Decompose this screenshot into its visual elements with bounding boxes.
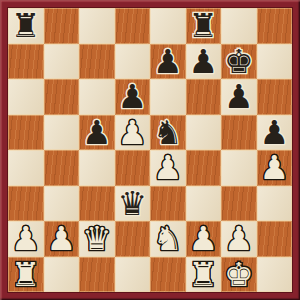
square-g4[interactable] [221,150,257,186]
piece-fill-layer: ♚ [221,257,257,293]
piece-outline-layer: ♟ [150,44,186,80]
square-h8[interactable] [257,8,293,44]
piece-outline-layer: ♛ [79,221,115,257]
piece-outline-layer: ♟ [44,221,80,257]
square-e8[interactable] [150,8,186,44]
white-queen-c2: ♛♛ [79,221,115,257]
piece-outline-layer: ♟ [257,150,293,186]
square-a6[interactable] [8,79,44,115]
piece-outline-layer: ♜ [186,8,222,44]
white-pawn-h4: ♟♟ [257,150,293,186]
square-d1[interactable] [115,257,151,293]
square-d2[interactable] [115,221,151,257]
square-e3[interactable] [150,186,186,222]
square-e4[interactable]: ♟♟ [150,150,186,186]
piece-outline-layer: ♟ [221,221,257,257]
square-g1[interactable]: ♚♚ [221,257,257,293]
black-pawn-f7: ♟♟ [186,44,222,80]
square-e5[interactable]: ♞♞ [150,115,186,151]
white-pawn-g2: ♟♟ [221,221,257,257]
square-e1[interactable] [150,257,186,293]
square-f7[interactable]: ♟♟ [186,44,222,80]
square-c2[interactable]: ♛♛ [79,221,115,257]
square-h4[interactable]: ♟♟ [257,150,293,186]
square-d6[interactable]: ♟♟ [115,79,151,115]
black-king-g7: ♚♚ [221,44,257,80]
square-a3[interactable] [8,186,44,222]
square-b8[interactable] [44,8,80,44]
piece-outline-layer: ♜ [8,257,44,293]
piece-outline-layer: ♚ [221,44,257,80]
piece-outline-layer: ♞ [150,115,186,151]
square-f2[interactable]: ♟♟ [186,221,222,257]
white-rook-f1: ♜♜ [186,257,222,293]
square-b7[interactable] [44,44,80,80]
square-h3[interactable] [257,186,293,222]
piece-outline-layer: ♚ [221,257,257,293]
piece-fill-layer: ♜ [8,8,44,44]
square-c1[interactable] [79,257,115,293]
black-pawn-h5: ♟♟ [257,115,293,151]
square-a1[interactable]: ♜♜ [8,257,44,293]
square-g8[interactable] [221,8,257,44]
square-d7[interactable] [115,44,151,80]
piece-fill-layer: ♟ [221,79,257,115]
black-rook-a8: ♜♜ [8,8,44,44]
piece-fill-layer: ♟ [257,150,293,186]
black-pawn-d6: ♟♟ [115,79,151,115]
square-g3[interactable] [221,186,257,222]
piece-fill-layer: ♞ [150,221,186,257]
black-rook-f8: ♜♜ [186,8,222,44]
square-a7[interactable] [8,44,44,80]
black-knight-e5: ♞♞ [150,115,186,151]
piece-outline-layer: ♟ [115,115,151,151]
board-frame: ♜♜♜♜♟♟♟♟♚♚♟♟♟♟♟♟♟♟♞♞♟♟♟♟♟♟♛♛♟♟♟♟♛♛♞♞♟♟♟♟… [0,0,300,300]
square-g2[interactable]: ♟♟ [221,221,257,257]
square-b4[interactable] [44,150,80,186]
white-pawn-b2: ♟♟ [44,221,80,257]
piece-fill-layer: ♟ [44,221,80,257]
square-h5[interactable]: ♟♟ [257,115,293,151]
square-f3[interactable] [186,186,222,222]
piece-outline-layer: ♜ [8,8,44,44]
black-queen-d3: ♛♛ [115,186,151,222]
piece-outline-layer: ♟ [221,79,257,115]
piece-fill-layer: ♜ [186,257,222,293]
white-pawn-e4: ♟♟ [150,150,186,186]
white-knight-e2: ♞♞ [150,221,186,257]
square-d5[interactable]: ♟♟ [115,115,151,151]
square-c7[interactable] [79,44,115,80]
piece-outline-layer: ♞ [150,221,186,257]
white-pawn-d5: ♟♟ [115,115,151,151]
piece-fill-layer: ♟ [186,221,222,257]
piece-fill-layer: ♟ [150,150,186,186]
piece-outline-layer: ♜ [186,257,222,293]
square-b6[interactable] [44,79,80,115]
square-c5[interactable]: ♟♟ [79,115,115,151]
piece-fill-layer: ♟ [186,44,222,80]
piece-outline-layer: ♟ [186,44,222,80]
piece-outline-layer: ♛ [115,186,151,222]
piece-fill-layer: ♚ [221,44,257,80]
square-f8[interactable]: ♜♜ [186,8,222,44]
piece-outline-layer: ♟ [257,115,293,151]
square-h7[interactable] [257,44,293,80]
square-c4[interactable] [79,150,115,186]
white-rook-a1: ♜♜ [8,257,44,293]
square-h6[interactable] [257,79,293,115]
square-f6[interactable] [186,79,222,115]
white-pawn-f2: ♟♟ [186,221,222,257]
black-pawn-g6: ♟♟ [221,79,257,115]
square-e7[interactable]: ♟♟ [150,44,186,80]
white-king-g1: ♚♚ [221,257,257,293]
square-d3[interactable]: ♛♛ [115,186,151,222]
square-b5[interactable] [44,115,80,151]
piece-fill-layer: ♞ [150,115,186,151]
square-b1[interactable] [44,257,80,293]
square-g7[interactable]: ♚♚ [221,44,257,80]
square-h1[interactable] [257,257,293,293]
piece-fill-layer: ♟ [79,115,115,151]
square-e2[interactable]: ♞♞ [150,221,186,257]
piece-outline-layer: ♟ [150,150,186,186]
piece-fill-layer: ♟ [150,44,186,80]
square-g5[interactable] [221,115,257,151]
piece-outline-layer: ♟ [79,115,115,151]
square-f5[interactable] [186,115,222,151]
piece-fill-layer: ♟ [115,115,151,151]
piece-fill-layer: ♜ [8,257,44,293]
square-d8[interactable] [115,8,151,44]
square-g6[interactable]: ♟♟ [221,79,257,115]
square-f4[interactable] [186,150,222,186]
square-e6[interactable] [150,79,186,115]
square-c3[interactable] [79,186,115,222]
piece-fill-layer: ♟ [115,79,151,115]
piece-outline-layer: ♟ [8,221,44,257]
piece-fill-layer: ♟ [221,221,257,257]
square-b3[interactable] [44,186,80,222]
piece-fill-layer: ♟ [257,115,293,151]
black-pawn-e7: ♟♟ [150,44,186,80]
white-pawn-a2: ♟♟ [8,221,44,257]
square-b2[interactable]: ♟♟ [44,221,80,257]
piece-fill-layer: ♜ [186,8,222,44]
square-c8[interactable] [79,8,115,44]
square-d4[interactable] [115,150,151,186]
square-a8[interactable]: ♜♜ [8,8,44,44]
piece-fill-layer: ♛ [79,221,115,257]
piece-outline-layer: ♟ [186,221,222,257]
square-f1[interactable]: ♜♜ [186,257,222,293]
chess-board: ♜♜♜♜♟♟♟♟♚♚♟♟♟♟♟♟♟♟♞♞♟♟♟♟♟♟♛♛♟♟♟♟♛♛♞♞♟♟♟♟… [8,8,292,292]
piece-outline-layer: ♟ [115,79,151,115]
black-pawn-c5: ♟♟ [79,115,115,151]
square-a4[interactable] [8,150,44,186]
square-a5[interactable] [8,115,44,151]
square-h2[interactable] [257,221,293,257]
piece-fill-layer: ♟ [8,221,44,257]
square-c6[interactable] [79,79,115,115]
piece-fill-layer: ♛ [115,186,151,222]
square-a2[interactable]: ♟♟ [8,221,44,257]
